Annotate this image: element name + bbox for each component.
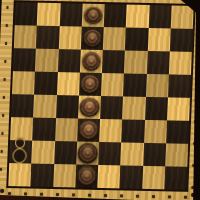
frame-stud [4,60,7,63]
square-f1[interactable] [120,165,143,188]
square-c2[interactable] [54,141,77,164]
frame-stud [197,54,200,57]
square-a3[interactable] [10,117,33,140]
square-d8[interactable] [82,4,105,27]
frame-stud [168,195,171,198]
square-a4[interactable] [11,94,34,117]
square-g1[interactable] [142,166,165,189]
square-e7[interactable] [103,27,126,50]
square-h8[interactable] [171,5,194,28]
frame-stud [120,194,123,197]
checker-piece-d5[interactable] [81,75,101,94]
square-b3[interactable] [32,118,55,141]
square-d6[interactable] [80,50,103,73]
square-d7[interactable] [81,27,104,50]
checker-piece-d6[interactable] [82,52,101,71]
square-h3[interactable] [166,120,189,143]
frame-stud [198,32,200,35]
square-h7[interactable] [170,28,193,51]
square-g8[interactable] [148,5,171,28]
square-h6[interactable] [169,51,192,74]
square-c7[interactable] [58,26,81,49]
frame-stud [24,192,27,195]
frame-stud [5,24,8,27]
frame-stud [72,193,75,196]
checker-piece-d8[interactable] [84,6,102,24]
frame-stud [2,96,5,99]
square-b8[interactable] [37,3,60,26]
square-e6[interactable] [102,50,125,73]
frame-stud [194,120,197,123]
square-g7[interactable] [147,28,170,51]
square-g4[interactable] [145,97,168,120]
square-e3[interactable] [99,119,122,142]
frame-stud [40,193,43,196]
squares-grid [6,0,196,192]
square-e5[interactable] [101,73,124,96]
square-e8[interactable] [104,4,127,27]
checker-piece-d4[interactable] [79,97,99,117]
frame-stud [192,164,195,167]
square-b7[interactable] [36,26,59,49]
square-c5[interactable] [57,72,80,95]
square-a1[interactable] [8,163,31,186]
square-c1[interactable] [53,164,76,187]
square-f7[interactable] [125,28,148,51]
square-f2[interactable] [120,142,143,165]
square-d4[interactable] [78,96,101,119]
square-a6[interactable] [13,48,36,71]
checkers-board [0,0,200,200]
square-b2[interactable] [31,141,54,164]
square-c4[interactable] [56,95,79,118]
frame-stud [193,142,196,145]
checker-piece-d7[interactable] [83,29,102,47]
square-b4[interactable] [33,95,56,118]
square-f6[interactable] [124,51,147,74]
frame-stud [88,194,91,197]
square-c6[interactable] [57,49,80,72]
square-a8[interactable] [15,2,38,25]
square-g6[interactable] [146,51,169,74]
frame-stud [104,194,107,197]
square-f5[interactable] [123,73,146,96]
frame-stud [4,42,7,45]
square-b1[interactable] [31,164,54,187]
square-e1[interactable] [97,165,120,188]
square-c3[interactable] [55,118,78,141]
frame-stud [198,10,200,13]
square-d2[interactable] [76,141,99,164]
frame-stud [6,6,9,9]
square-h5[interactable] [168,74,191,97]
square-c8[interactable] [59,3,82,26]
square-g3[interactable] [144,120,167,143]
frame-stud [191,186,194,189]
square-a7[interactable] [14,25,37,48]
square-f8[interactable] [126,5,149,28]
board-photo [0,0,200,200]
square-g2[interactable] [143,143,166,166]
square-a2[interactable] [9,140,32,163]
frame-stud [198,0,200,1]
frame-stud [2,114,5,117]
square-h2[interactable] [165,143,188,166]
frame-stud [195,98,198,101]
square-g5[interactable] [145,74,168,97]
frame-stud [1,132,4,135]
square-h4[interactable] [167,97,190,120]
square-b6[interactable] [35,49,58,72]
square-e2[interactable] [98,142,121,165]
frame-stud [8,192,11,195]
checker-piece-d3[interactable] [78,120,99,140]
square-d5[interactable] [79,73,102,96]
square-a5[interactable] [12,71,35,94]
square-e4[interactable] [100,96,123,119]
frame-stud [0,168,2,171]
frame-stud [196,76,199,79]
frame-stud [136,195,139,198]
square-d1[interactable] [75,164,98,187]
square-d3[interactable] [77,119,100,142]
checker-piece-d2[interactable] [77,143,98,164]
frame-stud [3,78,6,81]
frame-stud [56,193,59,196]
frame-stud [0,150,3,153]
square-f3[interactable] [121,119,144,142]
square-b5[interactable] [34,72,57,95]
square-h1[interactable] [164,166,187,189]
checker-piece-d1[interactable] [76,166,97,187]
frame-stud [184,196,187,199]
frame-stud [152,195,155,198]
square-f4[interactable] [122,96,145,119]
